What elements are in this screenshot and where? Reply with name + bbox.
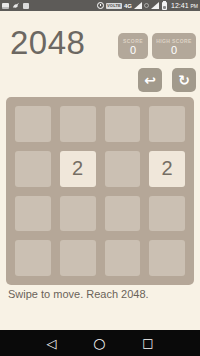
alarm-icon	[97, 2, 104, 9]
tile-2: 2	[149, 151, 185, 187]
clock-time: 12:41	[171, 2, 189, 9]
clock-suffix: PM	[191, 3, 199, 9]
empty-cell	[105, 106, 141, 142]
home-icon[interactable]: ○	[93, 336, 105, 350]
app-notification-icon	[23, 3, 29, 9]
bird-icon	[12, 2, 20, 9]
restart-button[interactable]: ↻	[172, 68, 196, 92]
empty-cell	[149, 240, 185, 276]
status-bar: VOLTE 4G 12:41 PM	[0, 0, 200, 11]
undo-icon: ↩	[144, 73, 156, 87]
sim2-circle-icon	[144, 3, 149, 8]
score-box: SCORE 0	[118, 33, 148, 59]
empty-cell	[15, 106, 51, 142]
score-value: 0	[130, 44, 136, 56]
recents-icon[interactable]: □	[142, 337, 153, 349]
signal-triangle-icon	[151, 2, 159, 9]
volte-badge: VOLTE	[106, 3, 122, 9]
android-nav-bar: ◁ ○ □	[0, 330, 200, 356]
tile-2: 2	[60, 151, 96, 187]
restart-icon: ↻	[178, 73, 190, 87]
empty-cell	[60, 106, 96, 142]
clock: 12:41 PM	[171, 2, 198, 9]
page-title: 2048	[10, 24, 85, 62]
empty-cell	[15, 151, 51, 187]
system-status-icons: VOLTE 4G 12:41 PM	[97, 2, 198, 10]
signal-triangle-icon	[134, 2, 142, 9]
high-score-box: HIGH SCORE 0	[152, 33, 196, 59]
empty-cell	[105, 196, 141, 232]
empty-cell	[15, 196, 51, 232]
empty-cell	[105, 151, 141, 187]
high-score-value: 0	[171, 44, 177, 56]
battery-icon	[162, 2, 167, 10]
empty-cell	[15, 240, 51, 276]
empty-cell	[149, 196, 185, 232]
empty-cell	[60, 196, 96, 232]
network-label: 4G	[124, 3, 132, 9]
hint-text: Swipe to move. Reach 2048.	[8, 288, 149, 300]
phone-screen: VOLTE 4G 12:41 PM 2048 SCORE 0 HIGH SCOR…	[0, 0, 200, 356]
game-board[interactable]: 22	[6, 97, 194, 285]
empty-cell	[149, 106, 185, 142]
empty-cell	[105, 240, 141, 276]
empty-cell	[60, 240, 96, 276]
undo-button[interactable]: ↩	[138, 68, 162, 92]
notification-icons	[2, 2, 29, 9]
screenshot-icon	[2, 3, 9, 9]
back-icon[interactable]: ◁	[46, 337, 56, 350]
